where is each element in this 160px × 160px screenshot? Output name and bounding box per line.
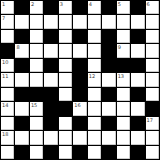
clue-number-8: 8 bbox=[16, 44, 19, 50]
cell-r10-c8[interactable] bbox=[117, 146, 130, 159]
cell-r1-c1[interactable] bbox=[15, 15, 28, 28]
cell-r0-c0[interactable]: 1 bbox=[1, 1, 14, 14]
cell-r7-c2[interactable]: 15 bbox=[30, 102, 43, 115]
cell-r6-c7 bbox=[102, 88, 115, 101]
cell-r4-c3 bbox=[44, 59, 57, 72]
cell-r8-c2[interactable] bbox=[30, 117, 43, 130]
cell-r2-c2[interactable] bbox=[30, 30, 43, 43]
clue-number-18: 18 bbox=[2, 131, 8, 137]
cell-r6-c9 bbox=[131, 88, 144, 101]
cell-r8-c7 bbox=[102, 117, 115, 130]
cell-r4-c2[interactable] bbox=[30, 59, 43, 72]
clue-number-15: 15 bbox=[31, 102, 37, 108]
cell-r8-c6[interactable] bbox=[88, 117, 101, 130]
cell-r8-c9 bbox=[131, 117, 144, 130]
cell-r0-c8[interactable]: 5 bbox=[117, 1, 130, 14]
cell-r6-c4[interactable] bbox=[59, 88, 72, 101]
cell-r0-c4[interactable]: 3 bbox=[59, 1, 72, 14]
cell-r7-c1[interactable] bbox=[15, 102, 28, 115]
cell-r8-c1 bbox=[15, 117, 28, 130]
cell-r4-c0[interactable]: 10 bbox=[1, 59, 14, 72]
cell-r7-c5[interactable]: 16 bbox=[73, 102, 86, 115]
cell-r6-c10[interactable] bbox=[146, 88, 159, 101]
cell-r2-c6[interactable] bbox=[88, 30, 101, 43]
cell-r0-c5 bbox=[73, 1, 86, 14]
cell-r6-c3 bbox=[44, 88, 57, 101]
cell-r7-c0[interactable]: 14 bbox=[1, 102, 14, 115]
cell-r1-c9[interactable] bbox=[131, 15, 144, 28]
cell-r5-c10[interactable] bbox=[146, 73, 159, 86]
cell-r8-c10[interactable]: 17 bbox=[146, 117, 159, 130]
cell-r9-c8[interactable] bbox=[117, 131, 130, 144]
cell-r5-c6[interactable]: 12 bbox=[88, 73, 101, 86]
cell-r8-c4[interactable] bbox=[59, 117, 72, 130]
cell-r10-c9 bbox=[131, 146, 144, 159]
cell-r2-c7 bbox=[102, 30, 115, 43]
cell-r2-c1 bbox=[15, 30, 28, 43]
cell-r4-c4[interactable] bbox=[59, 59, 72, 72]
cell-r5-c5 bbox=[73, 73, 86, 86]
clue-number-17: 17 bbox=[147, 117, 153, 123]
clue-number-9: 9 bbox=[118, 44, 121, 50]
cell-r10-c1 bbox=[15, 146, 28, 159]
cell-r1-c8[interactable] bbox=[117, 15, 130, 28]
clue-number-7: 7 bbox=[2, 15, 5, 21]
clue-number-11: 11 bbox=[2, 73, 8, 79]
cell-r4-c1 bbox=[15, 59, 28, 72]
cell-r9-c7[interactable] bbox=[102, 131, 115, 144]
cell-r7-c9[interactable] bbox=[131, 102, 144, 115]
cell-r6-c5 bbox=[73, 88, 86, 101]
cell-r2-c4[interactable] bbox=[59, 30, 72, 43]
cell-r3-c6[interactable] bbox=[88, 44, 101, 57]
clue-number-4: 4 bbox=[89, 1, 92, 7]
cell-r0-c1 bbox=[15, 1, 28, 14]
cell-r6-c1 bbox=[15, 88, 28, 101]
cell-r1-c4[interactable] bbox=[59, 15, 72, 28]
cell-r10-c2[interactable] bbox=[30, 146, 43, 159]
cell-r5-c9[interactable] bbox=[131, 73, 144, 86]
clue-number-1: 1 bbox=[2, 1, 5, 7]
cell-r5-c3[interactable] bbox=[44, 73, 57, 86]
crossword-grid: 123456789101112131415161718 bbox=[0, 0, 160, 160]
cell-r2-c10[interactable] bbox=[146, 30, 159, 43]
clue-number-3: 3 bbox=[60, 1, 63, 7]
cell-r3-c4[interactable] bbox=[59, 44, 72, 57]
cell-r9-c6[interactable] bbox=[88, 131, 101, 144]
cell-r3-c5[interactable] bbox=[73, 44, 86, 57]
cell-r10-c6[interactable] bbox=[88, 146, 101, 159]
cell-r3-c0 bbox=[1, 44, 14, 57]
cell-r8-c3 bbox=[44, 117, 57, 130]
cell-r2-c9 bbox=[131, 30, 144, 43]
cell-r3-c2[interactable] bbox=[30, 44, 43, 57]
cell-r4-c6[interactable] bbox=[88, 59, 101, 72]
cell-r2-c3 bbox=[44, 30, 57, 43]
clue-number-16: 16 bbox=[74, 102, 80, 108]
cell-r5-c8[interactable]: 13 bbox=[117, 73, 130, 86]
cell-r7-c3 bbox=[44, 102, 57, 115]
cell-r9-c10[interactable] bbox=[146, 131, 159, 144]
cell-r5-c2[interactable] bbox=[30, 73, 43, 86]
cell-r3-c1[interactable]: 8 bbox=[15, 44, 28, 57]
cell-r8-c5 bbox=[73, 117, 86, 130]
cell-r5-c4[interactable] bbox=[59, 73, 72, 86]
cell-r3-c9[interactable] bbox=[131, 44, 144, 57]
cell-r1-c0[interactable]: 7 bbox=[1, 15, 14, 28]
cell-r1-c6[interactable] bbox=[88, 15, 101, 28]
clue-number-2: 2 bbox=[31, 1, 34, 7]
cell-r1-c2[interactable] bbox=[30, 15, 43, 28]
cell-r7-c7[interactable] bbox=[102, 102, 115, 115]
cell-r0-c6[interactable]: 4 bbox=[88, 1, 101, 14]
cell-r8-c0[interactable] bbox=[1, 117, 14, 130]
cell-r5-c1[interactable] bbox=[15, 73, 28, 86]
cell-r9-c2[interactable] bbox=[30, 131, 43, 144]
cell-r4-c10[interactable] bbox=[146, 59, 159, 72]
cell-r8-c8[interactable] bbox=[117, 117, 130, 130]
cell-r6-c8[interactable] bbox=[117, 88, 130, 101]
cell-r0-c3 bbox=[44, 1, 57, 14]
cell-r3-c10[interactable] bbox=[146, 44, 159, 57]
cell-r7-c6[interactable] bbox=[88, 102, 101, 115]
cell-r0-c9 bbox=[131, 1, 144, 14]
clue-number-5: 5 bbox=[118, 1, 121, 7]
cell-r2-c5 bbox=[73, 30, 86, 43]
cell-r10-c7 bbox=[102, 146, 115, 159]
cell-r6-c2 bbox=[30, 88, 43, 101]
cell-r3-c8[interactable]: 9 bbox=[117, 44, 130, 57]
cell-r9-c4[interactable] bbox=[59, 131, 72, 144]
cell-r7-c8[interactable] bbox=[117, 102, 130, 115]
cell-r9-c3[interactable] bbox=[44, 131, 57, 144]
cell-r9-c9[interactable] bbox=[131, 131, 144, 144]
cell-r6-c6[interactable] bbox=[88, 88, 101, 101]
cell-r10-c10[interactable] bbox=[146, 146, 159, 159]
cell-r1-c7[interactable] bbox=[102, 15, 115, 28]
cell-r6-c0[interactable] bbox=[1, 88, 14, 101]
cell-r4-c8 bbox=[117, 59, 130, 72]
cell-r0-c7 bbox=[102, 1, 115, 14]
cell-r9-c0[interactable]: 18 bbox=[1, 131, 14, 144]
cell-r0-c10[interactable]: 6 bbox=[146, 1, 159, 14]
cell-r4-c9 bbox=[131, 59, 144, 72]
cell-r5-c7[interactable] bbox=[102, 73, 115, 86]
cell-r10-c5 bbox=[73, 146, 86, 159]
cell-r4-c5 bbox=[73, 59, 86, 72]
cell-r10-c0[interactable] bbox=[1, 146, 14, 159]
cell-r2-c0[interactable] bbox=[1, 30, 14, 43]
clue-number-6: 6 bbox=[147, 1, 150, 7]
cell-r5-c0[interactable]: 11 bbox=[1, 73, 14, 86]
clue-number-10: 10 bbox=[2, 59, 8, 65]
clue-number-12: 12 bbox=[89, 73, 95, 79]
clue-number-13: 13 bbox=[118, 73, 124, 79]
cell-r9-c5[interactable] bbox=[73, 131, 86, 144]
cell-r1-c10[interactable] bbox=[146, 15, 159, 28]
cell-r1-c3[interactable] bbox=[44, 15, 57, 28]
cell-r7-c10 bbox=[146, 102, 159, 115]
cell-r2-c8[interactable] bbox=[117, 30, 130, 43]
cell-r3-c7 bbox=[102, 44, 115, 57]
cell-r3-c3[interactable] bbox=[44, 44, 57, 57]
cell-r9-c1[interactable] bbox=[15, 131, 28, 144]
cell-r4-c7 bbox=[102, 59, 115, 72]
cell-r10-c3 bbox=[44, 146, 57, 159]
clue-number-14: 14 bbox=[2, 102, 8, 108]
cell-r10-c4[interactable] bbox=[59, 146, 72, 159]
cell-r0-c2[interactable]: 2 bbox=[30, 1, 43, 14]
cell-r7-c4 bbox=[59, 102, 72, 115]
cell-r1-c5[interactable] bbox=[73, 15, 86, 28]
